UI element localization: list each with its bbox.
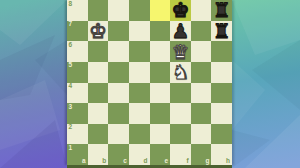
square-h3[interactable]: [211, 103, 232, 124]
square-c7[interactable]: [108, 21, 129, 42]
square-b7[interactable]: ♚: [88, 21, 109, 42]
square-d5[interactable]: [129, 62, 150, 83]
square-b1[interactable]: b: [88, 144, 109, 165]
square-f8[interactable]: ♚: [170, 0, 191, 21]
square-h1[interactable]: h: [211, 144, 232, 165]
square-b5[interactable]: [88, 62, 109, 83]
white-king: ♚: [89, 20, 107, 40]
square-e6[interactable]: [150, 41, 171, 62]
screenshot-stage: 8♚♜7♚♟♜6♛5♞4321abcdefgh: [0, 0, 300, 168]
file-label-a: a: [82, 158, 86, 165]
square-a7[interactable]: 7: [67, 21, 88, 42]
square-a8[interactable]: 8: [67, 0, 88, 21]
square-c8[interactable]: [108, 0, 129, 21]
square-f4[interactable]: [170, 83, 191, 104]
square-d6[interactable]: [129, 41, 150, 62]
square-e3[interactable]: [150, 103, 171, 124]
square-c6[interactable]: [108, 41, 129, 62]
square-b8[interactable]: [88, 0, 109, 21]
rank-label-2: 2: [69, 124, 73, 131]
square-b2[interactable]: [88, 124, 109, 145]
square-d3[interactable]: [129, 103, 150, 124]
square-a2[interactable]: 2: [67, 124, 88, 145]
square-c1[interactable]: c: [108, 144, 129, 165]
board-bottom-shadow: [67, 165, 232, 168]
square-f6[interactable]: ♛: [170, 41, 191, 62]
square-g3[interactable]: [191, 103, 212, 124]
square-g1[interactable]: g: [191, 144, 212, 165]
rank-label-1: 1: [69, 145, 73, 152]
square-g4[interactable]: [191, 83, 212, 104]
rank-label-3: 3: [69, 104, 73, 111]
square-d4[interactable]: [129, 83, 150, 104]
square-h4[interactable]: [211, 83, 232, 104]
square-e5[interactable]: [150, 62, 171, 83]
square-e4[interactable]: [150, 83, 171, 104]
file-label-c: c: [123, 158, 127, 165]
square-c2[interactable]: [108, 124, 129, 145]
square-a4[interactable]: 4: [67, 83, 88, 104]
square-b4[interactable]: [88, 83, 109, 104]
black-rook: ♜: [213, 20, 231, 40]
square-b3[interactable]: [88, 103, 109, 124]
square-g2[interactable]: [191, 124, 212, 145]
black-rook: ♜: [213, 0, 231, 20]
black-king: ♚: [171, 0, 189, 20]
square-a5[interactable]: 5: [67, 62, 88, 83]
square-e8[interactable]: [150, 0, 171, 21]
square-f1[interactable]: f: [170, 144, 191, 165]
square-h7[interactable]: ♜: [211, 21, 232, 42]
square-g8[interactable]: [191, 0, 212, 21]
square-d2[interactable]: [129, 124, 150, 145]
square-g6[interactable]: [191, 41, 212, 62]
white-knight: ♞: [171, 62, 189, 82]
square-f3[interactable]: [170, 103, 191, 124]
rank-label-5: 5: [69, 62, 73, 69]
square-d1[interactable]: d: [129, 144, 150, 165]
square-d7[interactable]: [129, 21, 150, 42]
square-h5[interactable]: [211, 62, 232, 83]
square-e2[interactable]: [150, 124, 171, 145]
square-e7[interactable]: [150, 21, 171, 42]
square-b6[interactable]: [88, 41, 109, 62]
square-a6[interactable]: 6: [67, 41, 88, 62]
rank-label-4: 4: [69, 83, 73, 90]
file-label-h: h: [226, 158, 230, 165]
square-f5[interactable]: ♞: [170, 62, 191, 83]
square-e1[interactable]: e: [150, 144, 171, 165]
file-label-e: e: [165, 158, 169, 165]
black-pawn: ♟: [171, 20, 189, 40]
file-label-f: f: [187, 158, 189, 165]
square-f7[interactable]: ♟: [170, 21, 191, 42]
rank-label-7: 7: [69, 21, 73, 28]
file-label-g: g: [205, 158, 209, 165]
square-c5[interactable]: [108, 62, 129, 83]
square-a1[interactable]: 1a: [67, 144, 88, 165]
square-h8[interactable]: ♜: [211, 0, 232, 21]
rank-label-8: 8: [69, 1, 73, 8]
square-h2[interactable]: [211, 124, 232, 145]
square-c4[interactable]: [108, 83, 129, 104]
square-g7[interactable]: [191, 21, 212, 42]
chess-board: 8♚♜7♚♟♜6♛5♞4321abcdefgh: [67, 0, 232, 168]
white-queen: ♛: [171, 41, 189, 61]
rank-label-6: 6: [69, 42, 73, 49]
square-f2[interactable]: [170, 124, 191, 145]
square-g5[interactable]: [191, 62, 212, 83]
square-h6[interactable]: [211, 41, 232, 62]
file-label-d: d: [144, 158, 148, 165]
square-d8[interactable]: [129, 0, 150, 21]
board-grid: 8♚♜7♚♟♜6♛5♞4321abcdefgh: [67, 0, 232, 165]
square-c3[interactable]: [108, 103, 129, 124]
square-a3[interactable]: 3: [67, 103, 88, 124]
file-label-b: b: [102, 158, 106, 165]
